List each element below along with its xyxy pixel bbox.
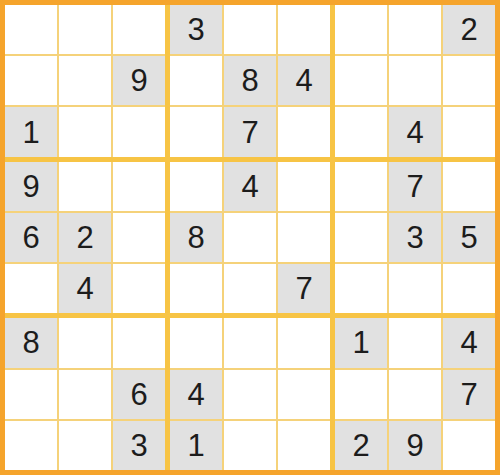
cell-r3c2-empty[interactable]: [59, 107, 111, 156]
cell-r8c4-given[interactable]: 4: [170, 370, 222, 419]
cell-r7c5-empty[interactable]: [224, 318, 276, 367]
cell-r9c8-given[interactable]: 9: [389, 421, 441, 470]
cell-r4c8-given[interactable]: 7: [389, 162, 441, 211]
sudoku-box-1-3: 24: [335, 5, 495, 157]
cell-r2c4-empty[interactable]: [170, 56, 222, 105]
cell-r1c1-empty[interactable]: [5, 5, 57, 54]
cell-r8c8-empty[interactable]: [389, 370, 441, 419]
cell-r4c7-empty[interactable]: [335, 162, 387, 211]
cell-r8c9-given[interactable]: 7: [443, 370, 495, 419]
cell-r6c6-given[interactable]: 7: [278, 264, 330, 313]
cell-r8c1-empty[interactable]: [5, 370, 57, 419]
cell-r7c6-empty[interactable]: [278, 318, 330, 367]
cell-r7c4-empty[interactable]: [170, 318, 222, 367]
cell-r3c1-given[interactable]: 1: [5, 107, 57, 156]
cell-r7c2-empty[interactable]: [59, 318, 111, 367]
cell-r8c3-given[interactable]: 6: [113, 370, 165, 419]
cell-r5c4-given[interactable]: 8: [170, 213, 222, 262]
cell-r1c4-given[interactable]: 3: [170, 5, 222, 54]
cell-r1c8-empty[interactable]: [389, 5, 441, 54]
cell-r2c8-empty[interactable]: [389, 56, 441, 105]
cell-r2c9-empty[interactable]: [443, 56, 495, 105]
cell-r5c5-empty[interactable]: [224, 213, 276, 262]
cell-r6c1-empty[interactable]: [5, 264, 57, 313]
cell-r4c1-given[interactable]: 9: [5, 162, 57, 211]
cell-r5c3-empty[interactable]: [113, 213, 165, 262]
sudoku-box-2-3: 735: [335, 162, 495, 314]
cell-r9c2-empty[interactable]: [59, 421, 111, 470]
cell-r3c6-empty[interactable]: [278, 107, 330, 156]
cell-r7c3-empty[interactable]: [113, 318, 165, 367]
cell-r6c5-empty[interactable]: [224, 264, 276, 313]
cell-r1c3-empty[interactable]: [113, 5, 165, 54]
cell-r7c1-given[interactable]: 8: [5, 318, 57, 367]
cell-r2c1-empty[interactable]: [5, 56, 57, 105]
cell-r5c9-given[interactable]: 5: [443, 213, 495, 262]
cell-r6c9-empty[interactable]: [443, 264, 495, 313]
cell-r5c2-given[interactable]: 2: [59, 213, 111, 262]
cell-r6c8-empty[interactable]: [389, 264, 441, 313]
cell-r8c5-empty[interactable]: [224, 370, 276, 419]
cell-r3c7-empty[interactable]: [335, 107, 387, 156]
cell-r3c8-given[interactable]: 4: [389, 107, 441, 156]
cell-r3c5-given[interactable]: 7: [224, 107, 276, 156]
cell-r9c9-empty[interactable]: [443, 421, 495, 470]
sudoku-box-3-2: 41: [170, 318, 330, 470]
cell-r3c4-empty[interactable]: [170, 107, 222, 156]
cell-r1c6-empty[interactable]: [278, 5, 330, 54]
cell-r3c3-empty[interactable]: [113, 107, 165, 156]
cell-r1c7-empty[interactable]: [335, 5, 387, 54]
cell-r5c8-given[interactable]: 3: [389, 213, 441, 262]
cell-r9c1-empty[interactable]: [5, 421, 57, 470]
cell-r3c9-empty[interactable]: [443, 107, 495, 156]
cell-r2c6-given[interactable]: 4: [278, 56, 330, 105]
cell-r2c7-empty[interactable]: [335, 56, 387, 105]
cell-r1c5-empty[interactable]: [224, 5, 276, 54]
cell-r9c4-given[interactable]: 1: [170, 421, 222, 470]
cell-r7c7-given[interactable]: 1: [335, 318, 387, 367]
cell-r5c1-given[interactable]: 6: [5, 213, 57, 262]
cell-r8c2-empty[interactable]: [59, 370, 111, 419]
cell-r8c6-empty[interactable]: [278, 370, 330, 419]
cell-r1c2-empty[interactable]: [59, 5, 111, 54]
cell-r5c6-empty[interactable]: [278, 213, 330, 262]
cell-r6c4-empty[interactable]: [170, 264, 222, 313]
sudoku-board: 9138472496244877358634114729: [0, 0, 500, 475]
sudoku-box-1-1: 91: [5, 5, 165, 157]
cell-r1c9-given[interactable]: 2: [443, 5, 495, 54]
sudoku-box-2-1: 9624: [5, 162, 165, 314]
cell-r6c2-given[interactable]: 4: [59, 264, 111, 313]
cell-r8c7-empty[interactable]: [335, 370, 387, 419]
cell-r7c9-given[interactable]: 4: [443, 318, 495, 367]
sudoku-box-3-3: 14729: [335, 318, 495, 470]
cell-r9c5-empty[interactable]: [224, 421, 276, 470]
cell-r9c6-empty[interactable]: [278, 421, 330, 470]
cell-r2c2-empty[interactable]: [59, 56, 111, 105]
cell-r4c5-given[interactable]: 4: [224, 162, 276, 211]
cell-r4c2-empty[interactable]: [59, 162, 111, 211]
cell-r6c7-empty[interactable]: [335, 264, 387, 313]
cell-r4c6-empty[interactable]: [278, 162, 330, 211]
sudoku-box-1-2: 3847: [170, 5, 330, 157]
cell-r4c9-empty[interactable]: [443, 162, 495, 211]
sudoku-box-3-1: 863: [5, 318, 165, 470]
cell-r9c3-given[interactable]: 3: [113, 421, 165, 470]
cell-r5c7-empty[interactable]: [335, 213, 387, 262]
cell-r2c3-given[interactable]: 9: [113, 56, 165, 105]
cell-r7c8-empty[interactable]: [389, 318, 441, 367]
cell-r9c7-given[interactable]: 2: [335, 421, 387, 470]
cell-r4c3-empty[interactable]: [113, 162, 165, 211]
sudoku-box-2-2: 487: [170, 162, 330, 314]
cell-r2c5-given[interactable]: 8: [224, 56, 276, 105]
cell-r4c4-empty[interactable]: [170, 162, 222, 211]
cell-r6c3-empty[interactable]: [113, 264, 165, 313]
